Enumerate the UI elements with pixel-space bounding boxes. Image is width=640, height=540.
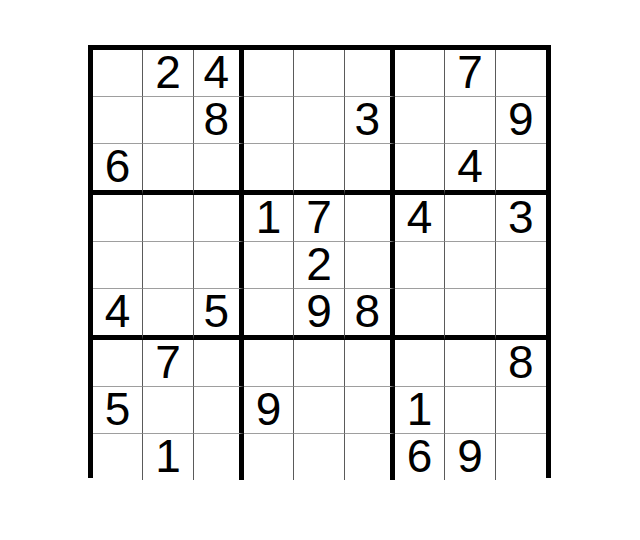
sudoku-cell-r6c1: 4 xyxy=(93,289,143,340)
sudoku-cell-r2c2[interactable] xyxy=(143,97,193,144)
sudoku-cell-r7c2: 7 xyxy=(143,340,193,387)
sudoku-cell-r6c2[interactable] xyxy=(143,289,193,340)
sudoku-cell-r7c6[interactable] xyxy=(345,340,395,387)
sudoku-cell-r9c5[interactable] xyxy=(294,434,344,480)
sudoku-cell-r6c8[interactable] xyxy=(445,289,495,340)
sudoku-cell-r8c4: 9 xyxy=(244,387,294,434)
given-digit: 9 xyxy=(306,288,332,334)
sudoku-cell-r7c8[interactable] xyxy=(445,340,495,387)
sudoku-cell-r2c4[interactable] xyxy=(244,97,294,144)
given-digit: 9 xyxy=(256,386,282,432)
given-digit: 2 xyxy=(306,241,332,287)
sudoku-cell-r7c9: 8 xyxy=(496,340,546,387)
sudoku-cell-r9c2: 1 xyxy=(143,434,193,480)
sudoku-cell-r8c9[interactable] xyxy=(496,387,546,434)
sudoku-cell-r1c3: 4 xyxy=(194,50,244,97)
sudoku-cell-r9c9[interactable] xyxy=(496,434,546,480)
sudoku-cell-r8c6[interactable] xyxy=(345,387,395,434)
given-digit: 1 xyxy=(155,433,181,479)
sudoku-cell-r9c6[interactable] xyxy=(345,434,395,480)
sudoku-cell-r4c3[interactable] xyxy=(194,195,244,242)
sudoku-cell-r1c8: 7 xyxy=(445,50,495,97)
given-digit: 9 xyxy=(457,433,483,479)
sudoku-cell-r5c7[interactable] xyxy=(395,242,445,289)
given-digit: 9 xyxy=(508,96,534,142)
sudoku-cell-r6c6: 8 xyxy=(345,289,395,340)
given-digit: 4 xyxy=(457,143,483,189)
sudoku-cell-r5c9[interactable] xyxy=(496,242,546,289)
given-digit: 8 xyxy=(355,288,381,334)
given-digit: 8 xyxy=(508,339,534,385)
given-digit: 5 xyxy=(204,288,230,334)
sudoku-cell-r2c9: 9 xyxy=(496,97,546,144)
sudoku-cell-r4c5: 7 xyxy=(294,195,344,242)
sudoku-cell-r3c8: 4 xyxy=(445,144,495,195)
sudoku-cell-r9c7: 6 xyxy=(395,434,445,480)
sudoku-cell-r8c8[interactable] xyxy=(445,387,495,434)
sudoku-cell-r4c8[interactable] xyxy=(445,195,495,242)
sudoku-cell-r3c9[interactable] xyxy=(496,144,546,195)
sudoku-cell-r9c4[interactable] xyxy=(244,434,294,480)
sudoku-cell-r8c1: 5 xyxy=(93,387,143,434)
sudoku-cell-r4c6[interactable] xyxy=(345,195,395,242)
sudoku-cell-r5c3[interactable] xyxy=(194,242,244,289)
sudoku-cell-r3c6[interactable] xyxy=(345,144,395,195)
sudoku-cell-r1c4[interactable] xyxy=(244,50,294,97)
given-digit: 1 xyxy=(256,194,282,240)
sudoku-cell-r5c2[interactable] xyxy=(143,242,193,289)
given-digit: 4 xyxy=(105,288,131,334)
sudoku-cell-r7c3[interactable] xyxy=(194,340,244,387)
sudoku-cell-r1c6[interactable] xyxy=(345,50,395,97)
sudoku-cell-r6c7[interactable] xyxy=(395,289,445,340)
sudoku-cell-r2c5[interactable] xyxy=(294,97,344,144)
given-digit: 1 xyxy=(407,386,433,432)
sudoku-cell-r7c7[interactable] xyxy=(395,340,445,387)
given-digit: 4 xyxy=(407,194,433,240)
given-digit: 7 xyxy=(155,339,181,385)
sudoku-cell-r6c4[interactable] xyxy=(244,289,294,340)
sudoku-cell-r8c2[interactable] xyxy=(143,387,193,434)
sudoku-cell-r5c8[interactable] xyxy=(445,242,495,289)
sudoku-cell-r9c8: 9 xyxy=(445,434,495,480)
sudoku-cell-r2c3: 8 xyxy=(194,97,244,144)
sudoku-cell-r5c4[interactable] xyxy=(244,242,294,289)
sudoku-cell-r4c7: 4 xyxy=(395,195,445,242)
sudoku-cell-r3c1: 6 xyxy=(93,144,143,195)
sudoku-cell-r6c3: 5 xyxy=(194,289,244,340)
given-digit: 8 xyxy=(204,96,230,142)
sudoku-cell-r3c4[interactable] xyxy=(244,144,294,195)
sudoku-cell-r4c2[interactable] xyxy=(143,195,193,242)
given-digit: 7 xyxy=(306,194,332,240)
sudoku-cell-r1c7[interactable] xyxy=(395,50,445,97)
sudoku-cell-r4c1[interactable] xyxy=(93,195,143,242)
sudoku-cell-r7c5[interactable] xyxy=(294,340,344,387)
sudoku-cell-r2c8[interactable] xyxy=(445,97,495,144)
sudoku-cell-r6c5: 9 xyxy=(294,289,344,340)
sudoku-cell-r2c6: 3 xyxy=(345,97,395,144)
sudoku-cell-r3c5[interactable] xyxy=(294,144,344,195)
sudoku-cell-r8c7: 1 xyxy=(395,387,445,434)
given-digit: 3 xyxy=(355,96,381,142)
sudoku-cell-r8c3[interactable] xyxy=(194,387,244,434)
sudoku-cell-r7c4[interactable] xyxy=(244,340,294,387)
sudoku-cell-r8c5[interactable] xyxy=(294,387,344,434)
sudoku-cell-r3c2[interactable] xyxy=(143,144,193,195)
sudoku-cell-r5c6[interactable] xyxy=(345,242,395,289)
given-digit: 5 xyxy=(105,386,131,432)
sudoku-cell-r1c2: 2 xyxy=(143,50,193,97)
given-digit: 7 xyxy=(457,49,483,95)
sudoku-cell-r3c3[interactable] xyxy=(194,144,244,195)
given-digit: 4 xyxy=(204,49,230,95)
given-digit: 6 xyxy=(105,143,131,189)
sudoku-cell-r4c4: 1 xyxy=(244,195,294,242)
sudoku-cell-r3c7[interactable] xyxy=(395,144,445,195)
sudoku-cell-r7c1[interactable] xyxy=(93,340,143,387)
given-digit: 3 xyxy=(508,194,534,240)
sudoku-cell-r4c9: 3 xyxy=(496,195,546,242)
sudoku-cell-r1c9[interactable] xyxy=(496,50,546,97)
sudoku-cell-r2c7[interactable] xyxy=(395,97,445,144)
sudoku-cell-r1c1[interactable] xyxy=(93,50,143,97)
sudoku-cell-r2c1[interactable] xyxy=(93,97,143,144)
sudoku-board: 2478396417432459878591169 xyxy=(88,45,551,478)
sudoku-cell-r1c5[interactable] xyxy=(294,50,344,97)
sudoku-cell-r5c1[interactable] xyxy=(93,242,143,289)
given-digit: 6 xyxy=(407,433,433,479)
sudoku-cell-r9c3[interactable] xyxy=(194,434,244,480)
given-digit: 2 xyxy=(155,49,181,95)
sudoku-cell-r9c1[interactable] xyxy=(93,434,143,480)
sudoku-cell-r5c5: 2 xyxy=(294,242,344,289)
sudoku-cell-r6c9[interactable] xyxy=(496,289,546,340)
